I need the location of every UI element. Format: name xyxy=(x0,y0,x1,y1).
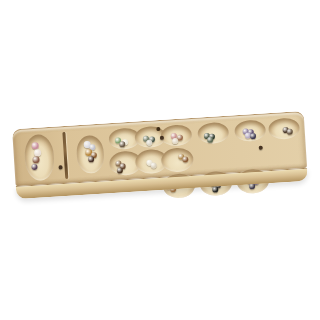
seed-stone xyxy=(34,149,41,156)
pit-far-6[interactable] xyxy=(267,117,299,140)
seed-stone xyxy=(250,132,256,138)
cell-near-2 xyxy=(146,149,157,174)
seed-stone xyxy=(212,186,218,192)
seed-stone xyxy=(117,167,123,173)
store-right xyxy=(76,134,105,174)
cell-far-4 xyxy=(196,122,229,145)
cell-far-2 xyxy=(144,126,155,148)
right-store-cell xyxy=(75,130,105,179)
pit-near-3[interactable] xyxy=(161,147,194,173)
seed-stone xyxy=(119,142,125,148)
left-store-cell xyxy=(22,133,55,182)
seed-stone xyxy=(172,138,178,144)
product-photo-mancala-board xyxy=(0,0,320,320)
cell-near-3 xyxy=(161,147,194,173)
mancala-board xyxy=(12,111,308,199)
seed-stone xyxy=(32,163,38,169)
seed-stone xyxy=(150,163,156,169)
cell-far-3 xyxy=(159,124,192,147)
seed-stone xyxy=(32,142,39,149)
pit-far-4[interactable] xyxy=(197,122,229,145)
store-left xyxy=(23,133,55,181)
seed-stone xyxy=(182,157,188,163)
seed-stone xyxy=(207,136,213,142)
hinge-seam xyxy=(62,132,68,179)
seed-stone xyxy=(87,156,93,162)
seed-stone xyxy=(146,140,152,146)
cell-far-6 xyxy=(270,117,297,140)
cell-far-5 xyxy=(233,119,266,142)
seed-stone xyxy=(287,129,293,135)
hinge-seam-cell xyxy=(57,132,73,180)
pit-far-3[interactable] xyxy=(160,124,192,147)
pit-far-5[interactable] xyxy=(234,119,266,142)
